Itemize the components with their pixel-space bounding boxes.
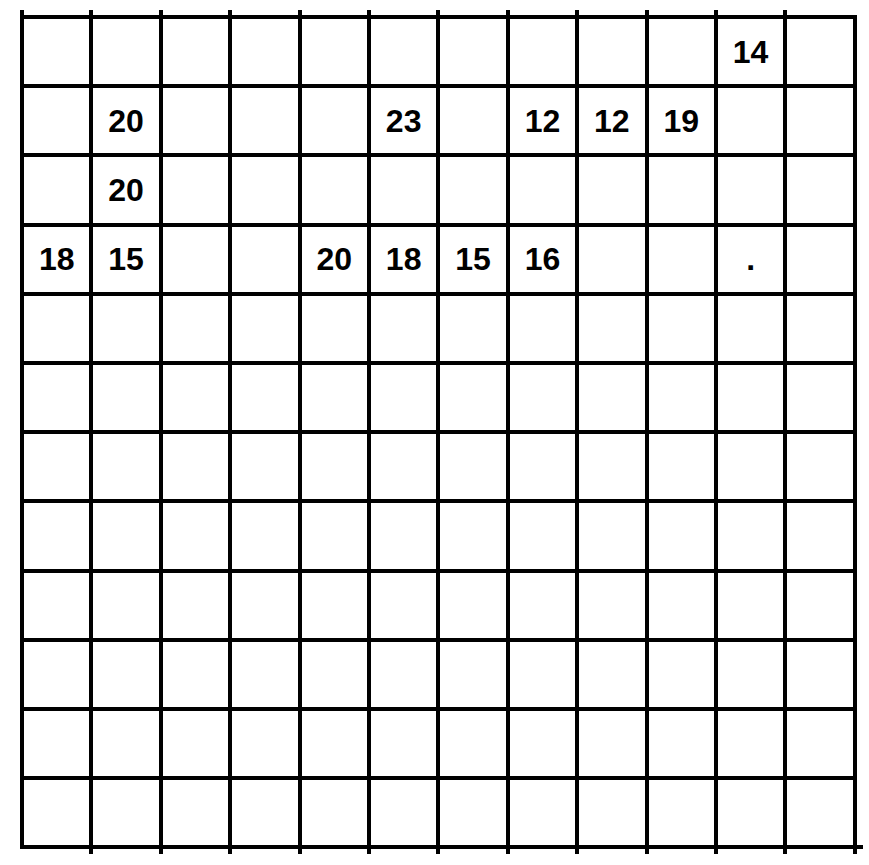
grid-crop-tick-top — [367, 10, 371, 15]
cell-r8c10[interactable] — [649, 503, 718, 572]
cell-r9c6[interactable] — [371, 573, 440, 642]
cell-r5c7[interactable] — [440, 296, 509, 365]
grid-crop-tick-top — [20, 10, 24, 15]
cell-r6c10[interactable] — [649, 365, 718, 434]
cell-r9c10[interactable] — [649, 573, 718, 642]
grid-crop-tick-bottom — [645, 849, 649, 854]
cell-r10c10[interactable] — [649, 642, 718, 711]
cell-r4c8[interactable]: 16 — [510, 227, 579, 296]
cell-r5c8[interactable] — [510, 296, 579, 365]
cell-r1c1[interactable] — [24, 19, 93, 88]
cell-r8c12[interactable] — [787, 503, 856, 572]
cell-r10c4[interactable] — [232, 642, 301, 711]
cell-r11c1[interactable] — [24, 711, 93, 780]
cell-r1c12[interactable] — [787, 19, 856, 88]
cell-r11c2[interactable] — [93, 711, 162, 780]
cell-r3c11[interactable] — [718, 157, 787, 226]
cell-r3c5[interactable] — [302, 157, 371, 226]
cell-r10c8[interactable] — [510, 642, 579, 711]
cell-r1c9[interactable] — [579, 19, 648, 88]
grid-crop-tick-top — [783, 10, 787, 15]
cell-r7c1[interactable] — [24, 434, 93, 503]
cell-r9c3[interactable] — [163, 573, 232, 642]
cell-r6c11[interactable] — [718, 365, 787, 434]
cell-r6c7[interactable] — [440, 365, 509, 434]
cell-r12c12[interactable] — [787, 780, 856, 849]
cell-r10c11[interactable] — [718, 642, 787, 711]
cell-r1c3[interactable] — [163, 19, 232, 88]
cell-r1c7[interactable] — [440, 19, 509, 88]
cell-r6c8[interactable] — [510, 365, 579, 434]
cell-r4c12[interactable] — [787, 227, 856, 296]
cell-r6c9[interactable] — [579, 365, 648, 434]
cell-r7c2[interactable] — [93, 434, 162, 503]
cell-r4c5[interactable]: 20 — [302, 227, 371, 296]
cell-r9c2[interactable] — [93, 573, 162, 642]
cell-r8c11[interactable] — [718, 503, 787, 572]
grid-crop-tick-bottom — [159, 849, 163, 854]
cell-r5c4[interactable] — [232, 296, 301, 365]
cell-r7c10[interactable] — [649, 434, 718, 503]
cell-r12c6[interactable] — [371, 780, 440, 849]
cell-r6c4[interactable] — [232, 365, 301, 434]
cell-r10c5[interactable] — [302, 642, 371, 711]
cell-r2c2[interactable]: 20 — [93, 88, 162, 157]
cell-r6c3[interactable] — [163, 365, 232, 434]
cell-r10c9[interactable] — [579, 642, 648, 711]
cell-r9c12[interactable] — [787, 573, 856, 642]
cell-r4c10[interactable] — [649, 227, 718, 296]
cell-r11c7[interactable] — [440, 711, 509, 780]
cell-r7c8[interactable] — [510, 434, 579, 503]
cell-r2c5[interactable] — [302, 88, 371, 157]
cell-r11c11[interactable] — [718, 711, 787, 780]
cell-r8c8[interactable] — [510, 503, 579, 572]
cell-r12c5[interactable] — [302, 780, 371, 849]
grid-crop-tick-bottom — [298, 849, 302, 854]
cell-r6c6[interactable] — [371, 365, 440, 434]
cell-r3c1[interactable] — [24, 157, 93, 226]
cell-r4c11[interactable]: . — [718, 227, 787, 296]
cell-r8c3[interactable] — [163, 503, 232, 572]
cell-r7c4[interactable] — [232, 434, 301, 503]
cell-r8c5[interactable] — [302, 503, 371, 572]
cell-r2c10[interactable]: 19 — [649, 88, 718, 157]
grid-crop-tick-top — [298, 10, 302, 15]
cell-r4c6[interactable]: 18 — [371, 227, 440, 296]
cell-r3c4[interactable] — [232, 157, 301, 226]
grid-crop-tick-bottom — [436, 849, 440, 854]
cell-r7c5[interactable] — [302, 434, 371, 503]
cell-r12c7[interactable] — [440, 780, 509, 849]
grid-crop-tick-bottom — [89, 849, 93, 854]
cell-r12c2[interactable] — [93, 780, 162, 849]
cell-r8c1[interactable] — [24, 503, 93, 572]
cell-r12c8[interactable] — [510, 780, 579, 849]
cell-r1c10[interactable] — [649, 19, 718, 88]
cell-r9c8[interactable] — [510, 573, 579, 642]
cell-r9c1[interactable] — [24, 573, 93, 642]
cell-r7c6[interactable] — [371, 434, 440, 503]
cell-r4c2[interactable]: 15 — [93, 227, 162, 296]
cell-r8c6[interactable] — [371, 503, 440, 572]
cell-r6c2[interactable] — [93, 365, 162, 434]
grid-crop-tick-top — [89, 10, 93, 15]
cell-r10c2[interactable] — [93, 642, 162, 711]
cell-r5c6[interactable] — [371, 296, 440, 365]
grid-crop-tick-bottom — [714, 849, 718, 854]
cell-r5c5[interactable] — [302, 296, 371, 365]
cell-r1c11[interactable]: 14 — [718, 19, 787, 88]
cell-r9c11[interactable] — [718, 573, 787, 642]
cell-r10c6[interactable] — [371, 642, 440, 711]
cell-r3c12[interactable] — [787, 157, 856, 226]
grid-crop-tick-top — [436, 10, 440, 15]
cell-r4c9[interactable] — [579, 227, 648, 296]
cell-r2c4[interactable] — [232, 88, 301, 157]
grid-crop-tick-bottom — [575, 849, 579, 854]
cell-r11c8[interactable] — [510, 711, 579, 780]
grid-crop-tick-bottom — [853, 849, 857, 854]
grid-crop-tick-top — [645, 10, 649, 15]
cell-r10c12[interactable] — [787, 642, 856, 711]
cell-r3c6[interactable] — [371, 157, 440, 226]
cell-r1c8[interactable] — [510, 19, 579, 88]
cell-r9c9[interactable] — [579, 573, 648, 642]
cell-r6c5[interactable] — [302, 365, 371, 434]
cell-r5c10[interactable] — [649, 296, 718, 365]
cell-r2c3[interactable] — [163, 88, 232, 157]
grid-crop-tick-top — [575, 10, 579, 15]
cell-r9c7[interactable] — [440, 573, 509, 642]
cell-r12c1[interactable] — [24, 780, 93, 849]
cell-r8c4[interactable] — [232, 503, 301, 572]
cell-r3c3[interactable] — [163, 157, 232, 226]
cell-r3c10[interactable] — [649, 157, 718, 226]
cell-r10c1[interactable] — [24, 642, 93, 711]
cell-r5c3[interactable] — [163, 296, 232, 365]
cell-r9c5[interactable] — [302, 573, 371, 642]
cell-r11c6[interactable] — [371, 711, 440, 780]
cell-r11c5[interactable] — [302, 711, 371, 780]
cell-r2c6[interactable]: 23 — [371, 88, 440, 157]
cell-r7c7[interactable] — [440, 434, 509, 503]
cell-r12c11[interactable] — [718, 780, 787, 849]
cell-r8c7[interactable] — [440, 503, 509, 572]
cell-r5c1[interactable] — [24, 296, 93, 365]
cell-r5c11[interactable] — [718, 296, 787, 365]
cell-r2c9[interactable]: 12 — [579, 88, 648, 157]
cell-r6c1[interactable] — [24, 365, 93, 434]
grid-crop-tick-top — [228, 10, 232, 15]
cell-r5c2[interactable] — [93, 296, 162, 365]
puzzle-board: 14202312121920181520181516. — [20, 15, 857, 849]
grid-crop-tick-bottom — [783, 849, 787, 854]
grid-crop-tick-top — [714, 10, 718, 15]
cell-r11c12[interactable] — [787, 711, 856, 780]
cell-r2c11[interactable] — [718, 88, 787, 157]
cell-r4c1[interactable]: 18 — [24, 227, 93, 296]
cell-r2c12[interactable] — [787, 88, 856, 157]
cell-r4c7[interactable]: 15 — [440, 227, 509, 296]
cell-r11c10[interactable] — [649, 711, 718, 780]
cell-r6c12[interactable] — [787, 365, 856, 434]
cell-r8c9[interactable] — [579, 503, 648, 572]
cell-r1c5[interactable] — [302, 19, 371, 88]
grid-crop-line-extension — [857, 845, 863, 849]
cell-r3c2[interactable]: 20 — [93, 157, 162, 226]
cell-r12c4[interactable] — [232, 780, 301, 849]
cell-r7c9[interactable] — [579, 434, 648, 503]
cell-r12c9[interactable] — [579, 780, 648, 849]
cell-r10c3[interactable] — [163, 642, 232, 711]
cell-r9c4[interactable] — [232, 573, 301, 642]
cell-r3c8[interactable] — [510, 157, 579, 226]
grid-crop-tick-bottom — [506, 849, 510, 854]
cell-r3c9[interactable] — [579, 157, 648, 226]
cell-r8c2[interactable] — [93, 503, 162, 572]
cell-r7c3[interactable] — [163, 434, 232, 503]
cell-r11c9[interactable] — [579, 711, 648, 780]
cell-r5c12[interactable] — [787, 296, 856, 365]
grid-crop-tick-bottom — [367, 849, 371, 854]
grid-crop-tick-bottom — [228, 849, 232, 854]
cell-r2c8[interactable]: 12 — [510, 88, 579, 157]
cell-r5c9[interactable] — [579, 296, 648, 365]
cell-r2c1[interactable] — [24, 88, 93, 157]
cell-r2c7[interactable] — [440, 88, 509, 157]
cell-r7c12[interactable] — [787, 434, 856, 503]
cell-r1c2[interactable] — [93, 19, 162, 88]
grid-crop-tick-top — [506, 10, 510, 15]
cell-r4c3[interactable] — [163, 227, 232, 296]
cell-r7c11[interactable] — [718, 434, 787, 503]
cell-r3c7[interactable] — [440, 157, 509, 226]
cell-r1c6[interactable] — [371, 19, 440, 88]
cell-r4c4[interactable] — [232, 227, 301, 296]
grid-crop-tick-top — [159, 10, 163, 15]
cell-r11c4[interactable] — [232, 711, 301, 780]
screen: 14202312121920181520181516. — [0, 0, 869, 865]
cell-r12c10[interactable] — [649, 780, 718, 849]
cell-r11c3[interactable] — [163, 711, 232, 780]
cell-r12c3[interactable] — [163, 780, 232, 849]
cell-r1c4[interactable] — [232, 19, 301, 88]
cell-r10c7[interactable] — [440, 642, 509, 711]
